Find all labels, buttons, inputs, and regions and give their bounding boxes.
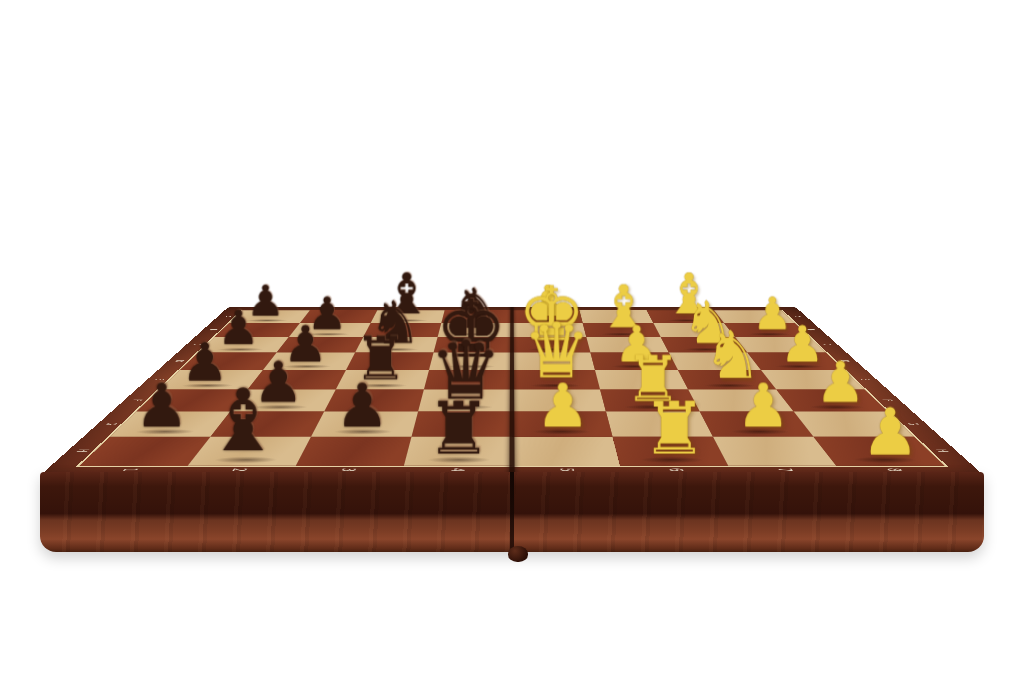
file-label-right-A: A [761, 315, 833, 318]
square-g3[interactable]: ♟ [311, 412, 418, 437]
square-g7[interactable]: ♟ [700, 412, 814, 437]
square-h6[interactable]: ♜ [613, 437, 729, 466]
board-frame: ♟♝♟♝♟♞♝♟♟♞♚♞♟♚♟♟♟♜♛♞♟♛♜♟♟♟♟♟♝♜♜♟ 1234567… [41, 307, 982, 474]
chess-set-photo: ♟♝♟♝♟♞♝♟♟♞♚♞♟♚♟♟♟♜♛♞♟♛♜♟♟♟♟♟♝♜♜♟ 1234567… [0, 0, 1024, 682]
brown-pawn-g1[interactable]: ♟ [134, 375, 188, 435]
brown-rook-h4[interactable]: ♜ [425, 392, 490, 465]
brown-pawn-g3[interactable]: ♟ [335, 375, 389, 435]
yellow-rook-h6[interactable]: ♜ [641, 392, 706, 465]
chess-board[interactable]: ♟♝♟♝♟♞♝♟♟♞♚♞♟♚♟♟♟♜♛♞♟♛♜♟♟♟♟♟♝♜♜♟ 1234567… [41, 307, 982, 474]
yellow-pawn-h8[interactable]: ♟ [860, 400, 918, 465]
front-fold-seam [510, 472, 514, 552]
square-h7[interactable] [713, 437, 836, 466]
square-g5[interactable]: ♟ [512, 412, 613, 437]
yellow-pawn-f8[interactable]: ♟ [815, 354, 866, 410]
board-front-face [40, 472, 984, 552]
file-label-right-C: C [787, 343, 867, 347]
square-h5[interactable] [512, 437, 620, 466]
brown-bishop-h2[interactable]: ♝ [204, 379, 281, 465]
yellow-pawn-g7[interactable]: ♟ [736, 375, 790, 435]
square-h2[interactable]: ♝ [188, 437, 311, 466]
square-h3[interactable] [296, 437, 412, 466]
yellow-pawn-g5[interactable]: ♟ [535, 375, 589, 435]
file-label-left-A: A [191, 315, 263, 318]
square-h4[interactable]: ♜ [404, 437, 512, 466]
clasp-knob [508, 546, 528, 562]
file-label-right-B: B [773, 328, 849, 331]
